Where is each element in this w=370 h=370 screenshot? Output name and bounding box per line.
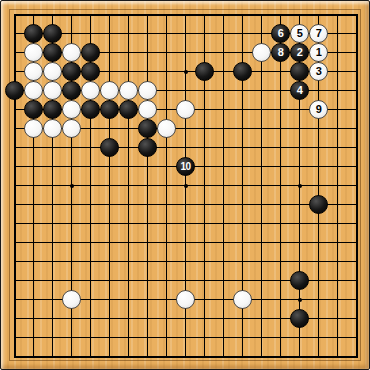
white-stone — [43, 62, 62, 81]
white-stone — [119, 81, 138, 100]
move-1-white-stone: 1 — [309, 43, 328, 62]
white-stone — [62, 290, 81, 309]
black-stone — [43, 43, 62, 62]
white-stone — [176, 100, 195, 119]
black-stone — [119, 100, 138, 119]
black-stone — [81, 43, 100, 62]
white-stone — [176, 290, 195, 309]
star-point — [70, 184, 74, 188]
grid-line-horizontal — [15, 242, 357, 243]
grid-line-horizontal — [15, 204, 357, 205]
star-point — [184, 70, 188, 74]
black-stone — [290, 62, 309, 81]
black-stone — [62, 81, 81, 100]
grid-line-horizontal — [15, 261, 357, 262]
go-diagram: 65782134910 — [0, 0, 370, 370]
grid-line-horizontal — [15, 223, 357, 224]
grid-line-horizontal — [15, 337, 357, 338]
star-point — [298, 298, 302, 302]
grid-line-vertical — [280, 15, 281, 357]
white-stone — [233, 290, 252, 309]
black-stone — [290, 271, 309, 290]
black-stone — [24, 100, 43, 119]
move-5-white-stone: 5 — [290, 24, 309, 43]
white-stone — [81, 81, 100, 100]
white-stone — [252, 43, 271, 62]
white-stone — [24, 119, 43, 138]
grid-line-vertical — [261, 15, 262, 357]
grid-line-vertical — [223, 15, 224, 357]
white-stone — [24, 62, 43, 81]
white-stone — [24, 43, 43, 62]
black-stone — [100, 138, 119, 157]
black-stone — [195, 62, 214, 81]
white-stone — [43, 119, 62, 138]
black-stone — [309, 195, 328, 214]
go-board[interactable]: 65782134910 — [0, 0, 370, 370]
move-10-black-stone: 10 — [176, 157, 195, 176]
move-3-white-stone: 3 — [309, 62, 328, 81]
black-stone — [81, 100, 100, 119]
move-7-white-stone: 7 — [309, 24, 328, 43]
star-point — [298, 184, 302, 188]
black-stone — [81, 62, 100, 81]
move-6-black-stone: 6 — [271, 24, 290, 43]
white-stone — [138, 100, 157, 119]
black-stone — [24, 24, 43, 43]
black-stone — [43, 24, 62, 43]
black-stone — [233, 62, 252, 81]
move-9-white-stone: 9 — [309, 100, 328, 119]
white-stone — [24, 81, 43, 100]
black-stone — [43, 100, 62, 119]
black-stone — [5, 81, 24, 100]
star-point — [184, 184, 188, 188]
move-4-black-stone: 4 — [290, 81, 309, 100]
white-stone — [157, 119, 176, 138]
white-stone — [62, 100, 81, 119]
white-stone — [62, 119, 81, 138]
move-2-black-stone: 2 — [290, 43, 309, 62]
white-stone — [43, 81, 62, 100]
black-stone — [290, 309, 309, 328]
black-stone — [100, 100, 119, 119]
white-stone — [62, 43, 81, 62]
black-stone — [138, 119, 157, 138]
black-stone — [138, 138, 157, 157]
white-stone — [138, 81, 157, 100]
grid-line-vertical — [337, 15, 338, 357]
black-stone — [62, 62, 81, 81]
white-stone — [100, 81, 119, 100]
move-8-black-stone: 8 — [271, 43, 290, 62]
